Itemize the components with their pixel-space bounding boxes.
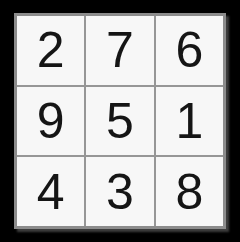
magic-square-board: 2 7 6 9 5 1 4 3 8 [14, 13, 226, 229]
cell-r1c1[interactable]: 2 [17, 16, 84, 85]
cell-r2c3[interactable]: 1 [156, 87, 223, 156]
cell-r2c1[interactable]: 9 [17, 87, 84, 156]
cell-r2c2[interactable]: 5 [86, 87, 153, 156]
cell-r3c3[interactable]: 8 [156, 157, 223, 226]
cell-r1c3[interactable]: 6 [156, 16, 223, 85]
cell-r3c1[interactable]: 4 [17, 157, 84, 226]
cell-r3c2[interactable]: 3 [86, 157, 153, 226]
cell-r1c2[interactable]: 7 [86, 16, 153, 85]
